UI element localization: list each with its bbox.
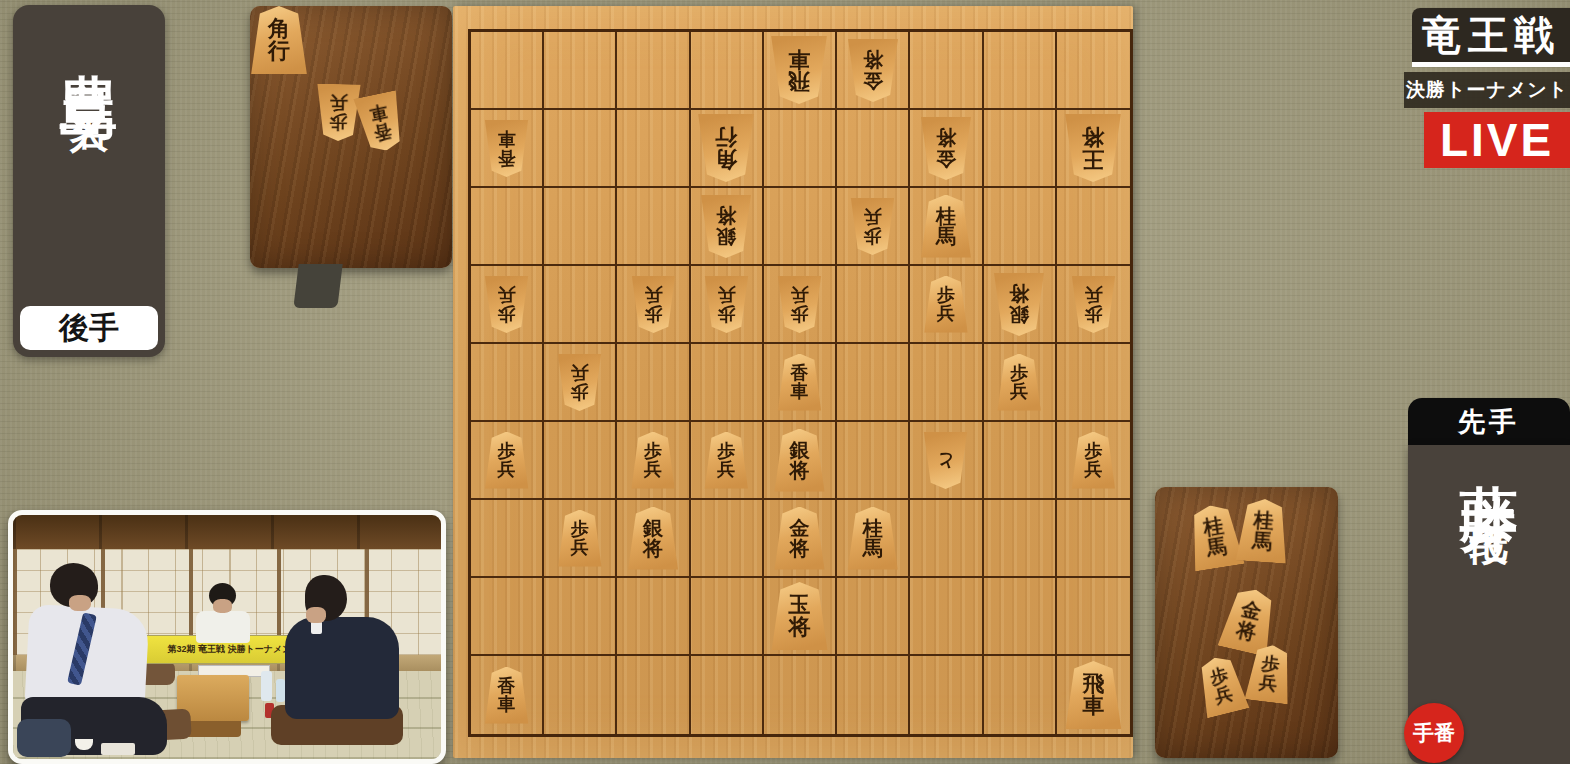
square-4a: 金将 (837, 32, 910, 110)
square-2f (984, 422, 1057, 500)
square-3g (910, 500, 983, 578)
square-5i (764, 656, 837, 734)
player-name-sente: 藤井 (1457, 438, 1522, 458)
board-grid: 飛車金将香車角行金将王将銀将歩兵桂馬歩兵歩兵歩兵歩兵歩兵銀将歩兵歩兵香車歩兵歩兵… (468, 29, 1133, 737)
square-9a (471, 32, 544, 110)
piece-lance-gote: 香車 (484, 120, 529, 177)
square-4d (837, 266, 910, 344)
piece-gold-sente: 金将 (773, 507, 825, 570)
square-6h (691, 578, 764, 656)
hand-piece-knight-sente: 桂馬 (1235, 497, 1291, 563)
piece-knight-sente: 桂馬 (920, 195, 972, 258)
square-5d: 歩兵 (764, 266, 837, 344)
piece-pawn-gote: 歩兵 (777, 276, 822, 333)
komadai-gote: 歩兵香車角行 (250, 6, 452, 268)
square-4f (837, 422, 910, 500)
piece-pawn-gote: 歩兵 (484, 276, 529, 333)
shogi-board: 飛車金将香車角行金将王将銀将歩兵桂馬歩兵歩兵歩兵歩兵歩兵銀将歩兵歩兵香車歩兵歩兵… (453, 6, 1133, 758)
square-7g: 銀将 (617, 500, 690, 578)
komadai-sente: 桂馬桂馬金将歩兵歩兵 (1155, 487, 1338, 758)
square-2a (984, 32, 1057, 110)
square-2c (984, 188, 1057, 266)
turn-badge: 手番 (1404, 703, 1464, 763)
piece-gold-gote: 金将 (920, 117, 972, 180)
square-5a: 飛車 (764, 32, 837, 110)
square-2b (984, 110, 1057, 188)
square-9g (471, 500, 544, 578)
square-4e (837, 344, 910, 422)
square-3c: 桂馬 (910, 188, 983, 266)
hand-piece-knight-sente: 桂馬 (1184, 501, 1245, 571)
square-8b (544, 110, 617, 188)
piece-king-gote: 王将 (1064, 114, 1122, 182)
piece-pawn-sente: 歩兵 (631, 432, 676, 489)
square-7b (617, 110, 690, 188)
square-5h: 玉将 (764, 578, 837, 656)
piece-bishop-gote: 角行 (697, 114, 755, 182)
square-8e: 歩兵 (544, 344, 617, 422)
player-panel-gote: 豊島 名人 後手 (13, 5, 165, 357)
square-9i: 香車 (471, 656, 544, 734)
square-2h (984, 578, 1057, 656)
piece-pawn-gote: 歩兵 (557, 354, 602, 411)
hand-piece-pawn-sente: 歩兵 (1193, 652, 1250, 718)
piece-silver-sente: 銀将 (627, 507, 679, 570)
square-8h (544, 578, 617, 656)
square-9f: 歩兵 (471, 422, 544, 500)
piece-pawn-gote: 歩兵 (850, 198, 895, 255)
square-8d (544, 266, 617, 344)
square-1h (1057, 578, 1130, 656)
side-chip-gote: 後手 (20, 306, 158, 350)
square-9e (471, 344, 544, 422)
square-6b: 角行 (691, 110, 764, 188)
square-7d: 歩兵 (617, 266, 690, 344)
square-7f: 歩兵 (617, 422, 690, 500)
square-6f: 歩兵 (691, 422, 764, 500)
square-3f: と (910, 422, 983, 500)
square-7i (617, 656, 690, 734)
piece-lance-sente: 香車 (777, 354, 822, 411)
square-5b (764, 110, 837, 188)
square-3i (910, 656, 983, 734)
piece-pawn-sente: 歩兵 (997, 354, 1042, 411)
player-left-figure-face (69, 595, 91, 611)
square-7a (617, 32, 690, 110)
water-bottle (276, 679, 285, 702)
player-right-figure-suit (285, 617, 399, 719)
hand-piece-bishop-gote: 角行 (250, 6, 308, 74)
square-9c (471, 188, 544, 266)
piece-rook-sente: 飛車 (1064, 661, 1122, 729)
piece-knight-sente: 桂馬 (847, 507, 899, 570)
tissue-box (101, 743, 135, 755)
stage-banner: 決勝トーナメント (1404, 72, 1570, 108)
square-3e (910, 344, 983, 422)
square-3b: 金将 (910, 110, 983, 188)
square-4c: 歩兵 (837, 188, 910, 266)
broadcast-frame: { "game": "shogi", "event": { "tournamen… (0, 0, 1570, 764)
square-9d: 歩兵 (471, 266, 544, 344)
square-5f: 銀将 (764, 422, 837, 500)
square-1f: 歩兵 (1057, 422, 1130, 500)
piece-gold-gote: 金将 (847, 39, 899, 102)
piece-silver-sente: 銀将 (773, 429, 825, 492)
square-5c (764, 188, 837, 266)
square-3h (910, 578, 983, 656)
square-2d: 銀将 (984, 266, 1057, 344)
room-transom (13, 515, 441, 549)
piece-king-sente: 玉将 (770, 582, 828, 650)
square-9h (471, 578, 544, 656)
square-8i (544, 656, 617, 734)
piece-pawn-sente: 歩兵 (1071, 432, 1116, 489)
square-1b: 王将 (1057, 110, 1130, 188)
square-4i (837, 656, 910, 734)
piece-pawn-sente: 歩兵 (923, 276, 968, 333)
player-name-sente-block: 藤井 七段 (1450, 438, 1528, 501)
square-8f (544, 422, 617, 500)
player-right-figure-face (306, 607, 326, 623)
square-7h (617, 578, 690, 656)
piece-pawn-sente: 歩兵 (484, 432, 529, 489)
live-badge: LIVE (1424, 112, 1570, 168)
piece-rook-gote: 飛車 (770, 36, 828, 104)
square-8a (544, 32, 617, 110)
piece-silver-gote: 銀将 (700, 195, 752, 258)
piece-tokin-gote: と (923, 432, 968, 489)
square-6d: 歩兵 (691, 266, 764, 344)
square-1e (1057, 344, 1130, 422)
square-8g: 歩兵 (544, 500, 617, 578)
square-1d: 歩兵 (1057, 266, 1130, 344)
square-6i (691, 656, 764, 734)
piece-silver-gote: 銀将 (993, 273, 1045, 336)
player-title-sente: 七段 (1468, 493, 1510, 501)
player-name-gote-block: 豊島 名人 (50, 27, 128, 90)
square-6a (691, 32, 764, 110)
square-4g: 桂馬 (837, 500, 910, 578)
recorder-figure-shirt (196, 611, 250, 643)
water-bottle (261, 671, 272, 701)
bag (17, 719, 71, 757)
hand-piece-pawn-gote: 歩兵 (316, 84, 362, 142)
square-4b (837, 110, 910, 188)
piece-pawn-sente: 歩兵 (704, 432, 749, 489)
piece-pawn-gote: 歩兵 (631, 276, 676, 333)
player-title-gote: 名人 (68, 82, 110, 90)
square-5g: 金将 (764, 500, 837, 578)
piece-pawn-gote: 歩兵 (704, 276, 749, 333)
square-7e (617, 344, 690, 422)
square-3d: 歩兵 (910, 266, 983, 344)
piece-pawn-gote: 歩兵 (1071, 276, 1116, 333)
piece-lance-sente: 香車 (484, 667, 529, 724)
square-6g (691, 500, 764, 578)
piece-pawn-sente: 歩兵 (557, 510, 602, 567)
room-shogi-board-legs (185, 721, 241, 737)
square-2i (984, 656, 1057, 734)
square-1a (1057, 32, 1130, 110)
komadai-leg (293, 264, 342, 308)
square-6e (691, 344, 764, 422)
square-1c (1057, 188, 1130, 266)
square-5e: 香車 (764, 344, 837, 422)
square-1i: 飛車 (1057, 656, 1130, 734)
square-1g (1057, 500, 1130, 578)
square-7c (617, 188, 690, 266)
square-6c: 銀将 (691, 188, 764, 266)
square-8c (544, 188, 617, 266)
square-4h (837, 578, 910, 656)
video-feed[interactable]: 第32期 竜王戦 決勝トーナメント (8, 510, 446, 764)
square-2g (984, 500, 1057, 578)
square-2e: 歩兵 (984, 344, 1057, 422)
tournament-banner: 竜王戦 (1412, 8, 1570, 67)
square-9b: 香車 (471, 110, 544, 188)
recorder-figure-face (213, 599, 232, 613)
square-3a (910, 32, 983, 110)
hand-piece-lance-gote: 香車 (353, 90, 409, 155)
player-name-gote: 豊島 (57, 27, 122, 47)
